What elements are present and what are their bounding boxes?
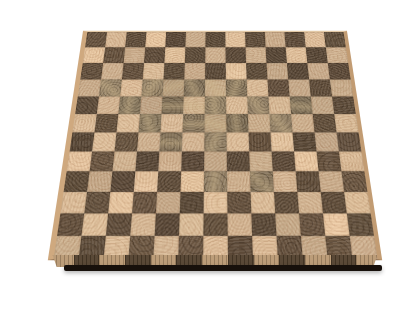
board-square xyxy=(204,132,226,151)
board-square xyxy=(157,171,181,192)
board-square xyxy=(286,47,308,63)
board-square xyxy=(182,114,204,132)
board-square xyxy=(311,96,334,114)
board-square xyxy=(246,47,267,63)
board-square xyxy=(84,192,110,214)
board-square xyxy=(299,213,325,235)
board-square xyxy=(247,79,269,96)
board-square xyxy=(163,63,184,79)
board-square xyxy=(103,47,125,63)
board-square xyxy=(101,63,123,79)
board-square xyxy=(141,79,163,96)
board-square xyxy=(226,79,247,96)
board-square xyxy=(204,151,227,171)
board-square xyxy=(80,63,103,79)
board-square xyxy=(205,96,227,114)
board-square xyxy=(106,213,132,235)
board-square xyxy=(158,151,182,171)
board-square xyxy=(226,96,248,114)
board-square xyxy=(134,171,159,192)
board-square xyxy=(291,114,314,132)
board-square xyxy=(185,47,206,63)
board-square xyxy=(328,63,351,79)
board-square xyxy=(105,32,127,47)
board-square xyxy=(185,32,205,47)
board-square xyxy=(203,213,227,235)
board-shadow xyxy=(64,265,382,271)
board-square xyxy=(156,192,181,214)
board-square xyxy=(124,47,146,63)
board-square xyxy=(225,47,246,63)
board-square xyxy=(180,192,204,214)
board-square xyxy=(182,132,205,151)
board-square xyxy=(205,79,226,96)
board-square xyxy=(160,114,183,132)
board-square xyxy=(87,171,112,192)
board-square xyxy=(249,151,273,171)
photo-canvas xyxy=(0,0,416,315)
board-square xyxy=(245,32,266,47)
board-square xyxy=(288,79,311,96)
board-square xyxy=(297,192,323,214)
board-square xyxy=(184,79,205,96)
board-square xyxy=(323,213,350,235)
board-square xyxy=(165,32,186,47)
board-square xyxy=(130,213,156,235)
board-square xyxy=(204,192,228,214)
board-square xyxy=(138,114,161,132)
board-square xyxy=(75,96,99,114)
board-square xyxy=(275,213,301,235)
board-square xyxy=(337,132,362,151)
board-square xyxy=(118,96,141,114)
board-square xyxy=(287,63,309,79)
board-square xyxy=(60,192,87,214)
board-square xyxy=(70,132,95,151)
board-square xyxy=(267,63,289,79)
board-square xyxy=(99,79,122,96)
board-square xyxy=(269,114,292,132)
board-square xyxy=(226,114,248,132)
board-square xyxy=(205,63,226,79)
board-square xyxy=(64,171,90,192)
board-square xyxy=(163,79,185,96)
board-square xyxy=(307,63,329,79)
board-square xyxy=(296,171,321,192)
board-square xyxy=(319,171,345,192)
board-square xyxy=(251,213,276,235)
board-square xyxy=(115,132,139,151)
board-square xyxy=(344,192,371,214)
board-square xyxy=(227,213,252,235)
board-square xyxy=(250,171,274,192)
board-square xyxy=(227,132,250,151)
board-square xyxy=(267,79,289,96)
board-square xyxy=(227,192,251,214)
board-square xyxy=(266,47,287,63)
board-square xyxy=(181,151,204,171)
board-square xyxy=(306,47,328,63)
board-square xyxy=(268,96,291,114)
board-square xyxy=(81,213,108,235)
board-square xyxy=(108,192,134,214)
board-square xyxy=(92,132,116,151)
board-square xyxy=(97,96,120,114)
board-square xyxy=(145,32,166,47)
board-square xyxy=(159,132,182,151)
board-square xyxy=(341,171,367,192)
board-square xyxy=(94,114,118,132)
board-square xyxy=(164,47,185,63)
board-square xyxy=(324,32,346,47)
board-square xyxy=(315,132,339,151)
board-square xyxy=(135,151,159,171)
board-square xyxy=(247,96,269,114)
board-square xyxy=(179,213,204,235)
board-square xyxy=(227,151,250,171)
board-square xyxy=(57,213,84,235)
board-square xyxy=(183,96,205,114)
board-square xyxy=(67,151,92,171)
board-square xyxy=(334,114,358,132)
board-square xyxy=(140,96,163,114)
board-square xyxy=(125,32,146,47)
board-square xyxy=(122,63,144,79)
board-square xyxy=(347,213,374,235)
board-square xyxy=(205,32,225,47)
board-square xyxy=(132,192,157,214)
board-square xyxy=(83,47,105,63)
board-square xyxy=(162,96,184,114)
board-square xyxy=(180,171,204,192)
board-square xyxy=(225,32,245,47)
board-square xyxy=(326,47,348,63)
cutting-board-top xyxy=(48,31,382,261)
board-square xyxy=(321,192,347,214)
board-square xyxy=(137,132,161,151)
board-square xyxy=(249,132,272,151)
board-square xyxy=(112,151,136,171)
board-square xyxy=(248,114,271,132)
board-square xyxy=(271,132,295,151)
board-square xyxy=(339,151,364,171)
board-square xyxy=(332,96,356,114)
board-square xyxy=(246,63,267,79)
board-square xyxy=(284,32,305,47)
board-square xyxy=(251,192,276,214)
board-square xyxy=(184,63,205,79)
board-square xyxy=(290,96,313,114)
board-square xyxy=(330,79,353,96)
board-square xyxy=(120,79,143,96)
board-square xyxy=(116,114,139,132)
board-square xyxy=(110,171,135,192)
board-square xyxy=(204,171,227,192)
board-square xyxy=(274,192,299,214)
board-square xyxy=(85,32,107,47)
board-square xyxy=(144,47,165,63)
board-square xyxy=(273,171,298,192)
board-square xyxy=(143,63,165,79)
board-square xyxy=(317,151,342,171)
board-square xyxy=(227,171,251,192)
board-square xyxy=(313,114,337,132)
board-square xyxy=(155,213,180,235)
board-square xyxy=(78,79,101,96)
board-square xyxy=(204,114,226,132)
board-square xyxy=(294,151,318,171)
board-square xyxy=(309,79,332,96)
board-square xyxy=(205,47,225,63)
board-square xyxy=(272,151,296,171)
board-square xyxy=(304,32,326,47)
board-square xyxy=(293,132,317,151)
board-square xyxy=(90,151,115,171)
board-square xyxy=(72,114,96,132)
board-square xyxy=(226,63,247,79)
board-square xyxy=(265,32,286,47)
